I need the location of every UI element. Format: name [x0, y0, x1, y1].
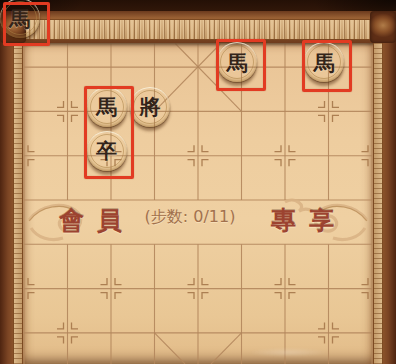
watermark-smudge	[238, 346, 338, 359]
frame-top	[0, 11, 396, 43]
meander-ribbon	[373, 41, 383, 364]
xiangqi-board: 會員 (步数: 0/11) 專享 馬馬馬馬將卒	[0, 0, 396, 364]
highlight-box	[84, 86, 134, 179]
highlight-box	[216, 39, 266, 91]
highlight-box	[3, 2, 50, 46]
piece-character: 將	[140, 96, 161, 117]
meander-ribbon	[9, 19, 387, 40]
black-general[interactable]: 將	[130, 87, 170, 127]
exclusive-label: 專享	[271, 204, 347, 237]
meander-ribbon	[13, 41, 23, 364]
frame-right	[373, 11, 396, 364]
river-band: 會員 (步数: 0/11) 專享	[23, 198, 373, 246]
highlight-box	[302, 40, 352, 92]
frame-corner-ornament	[370, 11, 396, 43]
member-label: 會員	[59, 204, 135, 237]
step-counter: (步数: 0/11)	[135, 207, 245, 228]
frame-left	[0, 11, 23, 364]
